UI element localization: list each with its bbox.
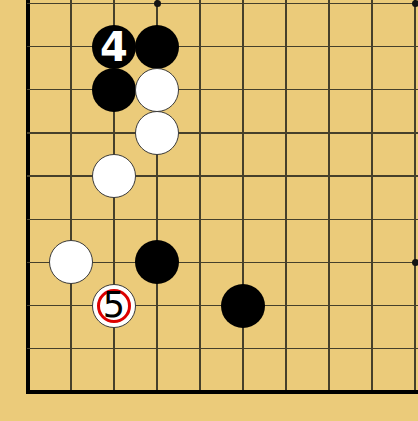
stone-white	[49, 240, 93, 284]
stone-black	[92, 68, 136, 112]
stone-white	[135, 68, 179, 112]
stone-black	[221, 284, 265, 328]
stone-white	[135, 111, 179, 155]
stone-black	[135, 25, 179, 69]
go-board[interactable]: 45	[0, 0, 418, 421]
stones-grid: 45	[7, 0, 418, 413]
stone-white	[92, 154, 136, 198]
move-number-label: 5	[103, 288, 125, 323]
stone-black-move-4: 4	[92, 25, 136, 69]
stone-white-move-5: 5	[92, 284, 136, 328]
stone-black	[135, 240, 179, 284]
move-number-label: 4	[100, 27, 128, 67]
